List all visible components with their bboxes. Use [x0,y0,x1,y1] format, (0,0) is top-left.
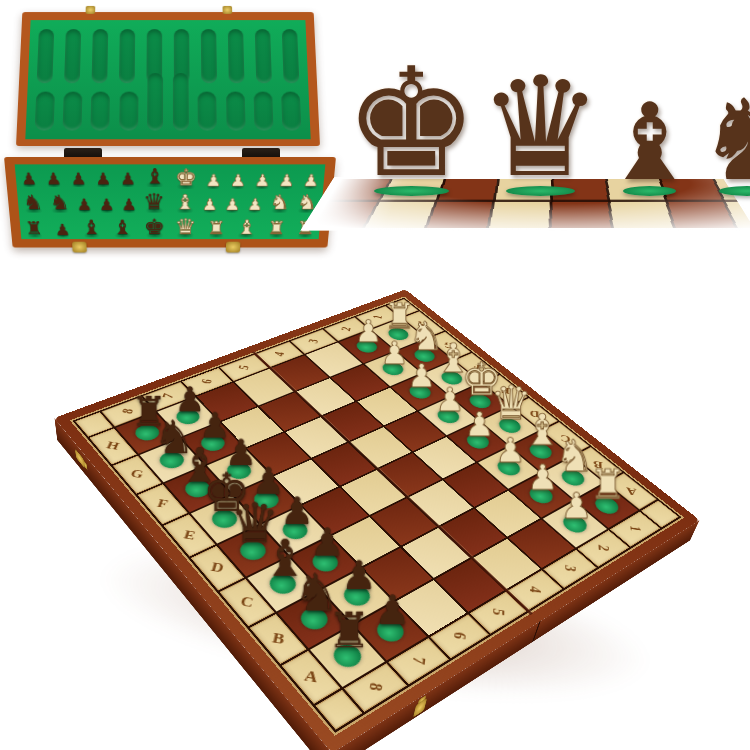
queen-closeup: ♛ [478,65,602,196]
rank-label-text: 4 [272,351,288,357]
rank-label-text: 1 [626,525,644,533]
brass-pin [86,6,96,14]
brass-pin [223,6,233,14]
tray-piece: ♟ [254,173,271,189]
file-label-text: A [303,667,319,686]
board-frame: ABCDEFGH8♜♞♝♛♚♝♞♜87♟♟♟♟♟♟♟♟7665544332♟♟♟… [54,289,699,750]
lid-slot [36,29,54,83]
white-pawn-piece: ♟ [495,435,526,466]
lid-slot-row-top [36,29,300,83]
tray-piece: ♟ [247,197,263,213]
brass-latch-icon [413,698,427,717]
white-rook-piece: ♜ [590,467,627,505]
lid-slot [34,92,54,131]
lid-slot [253,92,273,131]
lid-slot [147,73,163,131]
tray-piece: ♟ [20,171,37,187]
closeup-pieces-row: ♚♛♝♞♜♟ [344,54,746,196]
rank-label-text: 5 [236,364,253,371]
chess-board: ABCDEFGH8♜♞♝♛♚♝♞♜87♟♟♟♟♟♟♟♟7665544332♟♟♟… [54,289,699,750]
tray-piece: ♟ [45,171,62,187]
product-photo-stage: ♟♟♟♟♟♝♞♞♟♟♟♛♜♟♝♝♚ ♚♟♟♟♟♟♝♟♟♟♞♞♛♜♝♜♜ ♚♛♝♞… [0,0,750,750]
file-label-text: E [182,528,197,543]
rank-label-text: 4 [526,585,544,594]
tray-piece: ♟ [205,173,221,189]
tray-row: ♟♟♟♟♟♝ [20,166,165,187]
tray-piece: ♟ [230,173,247,189]
knight-closeup: ♞ [697,89,750,196]
tray-piece: ♟ [98,197,114,213]
white-pawn-piece: ♟ [381,339,409,368]
lid-felt [25,20,310,139]
black-pawn-piece: ♟ [375,592,411,629]
king-closeup: ♚ [344,54,478,196]
board-grid: ABCDEFGH8♜♞♝♛♚♝♞♜87♟♟♟♟♟♟♟♟7665544332♟♟♟… [72,298,681,733]
white-pawn-piece: ♟ [561,490,593,523]
lid-slot-row-middle [34,92,302,131]
rank-label-text: 6 [450,631,470,641]
tray-piece: ♟ [76,197,92,213]
tray-piece: ♟ [70,171,87,187]
tray-piece: ♟ [120,171,136,187]
rank-label-text: 3 [306,338,322,344]
black-pawn-piece: ♟ [310,525,345,560]
file-label-text: A [626,485,638,498]
rank-label-text: 2 [339,326,354,332]
tray-piece: ♞ [269,192,290,212]
tray-piece: ♚ [175,166,197,189]
lid-slot [198,92,217,131]
lid-slot [63,92,83,131]
white-pawn-piece: ♟ [436,385,465,415]
lid-slot [255,29,272,83]
lid-slot [281,92,301,131]
board-corner [75,412,113,437]
tray-piece: ♟ [278,173,295,189]
tray-piece: ♞ [49,192,70,212]
bishop-closeup: ♝ [602,94,697,196]
rank-label-text: 2 [595,544,613,552]
tray-piece: ♞ [22,192,44,212]
file-label-text: B [270,630,285,648]
rank-label-text: 3 [561,564,579,573]
box-lid [16,12,320,146]
tray-piece: ♟ [302,173,319,189]
tray-piece: ♟ [121,197,137,213]
lid-slot [64,29,81,83]
lid-slot [91,29,108,83]
lid-slot [119,29,135,83]
piece-felt-base [506,186,575,196]
rank-label-text: 5 [489,608,508,618]
lid-slot [173,73,189,131]
rank-label-text: 8 [365,682,386,693]
black-pawn-piece: ♟ [342,558,377,594]
lid-slot [119,92,138,131]
file-label-text: H [105,439,122,452]
lid-slot [201,29,217,83]
white-pawn-piece: ♟ [408,361,437,390]
tray-piece: ♟ [224,197,240,213]
white-pawn-piece: ♟ [465,409,495,440]
lid-slot [226,92,246,131]
tray-row: ♝♟♟♟♞♞ [175,192,318,212]
board-scene: ABCDEFGH8♜♞♝♛♚♝♞♜87♟♟♟♟♟♟♟♟7665544332♟♟♟… [0,226,750,750]
dark-bishop-piece: ♝ [602,94,697,192]
file-label-text: F [155,497,169,511]
lid-slot [282,29,300,83]
tray-piece: ♟ [95,171,112,187]
tray-piece: ♟ [202,197,218,213]
tray-piece: ♝ [144,166,165,187]
dark-queen-piece: ♛ [478,65,602,192]
dark-king-piece: ♚ [344,54,478,192]
white-pawn-piece: ♟ [355,317,383,345]
piece-felt-base [374,186,449,196]
tray-piece: ♛ [143,191,165,213]
piece-felt-base [623,186,676,196]
storage-box: ♟♟♟♟♟♝♞♞♟♟♟♛♜♟♝♝♚ ♚♟♟♟♟♟♝♟♟♟♞♞♛♜♝♜♜ [4,2,336,260]
file-label-text: C [239,594,255,611]
tray-row: ♚♟♟♟♟♟ [175,166,320,189]
tray-piece: ♝ [175,192,195,212]
tray-row: ♞♞♟♟♟♛ [22,191,165,213]
piece-closeup: ♚♛♝♞♜♟ [336,0,750,230]
black-rook-piece: ♜ [328,609,372,654]
lid-slot [91,92,111,131]
white-pawn-piece: ♟ [527,462,558,494]
file-label-text: D [209,560,225,576]
dark-knight-piece: ♞ [697,89,750,192]
rank-label-text: 7 [408,656,429,666]
lid-slot [228,29,245,83]
file-label-text: G [129,467,146,481]
